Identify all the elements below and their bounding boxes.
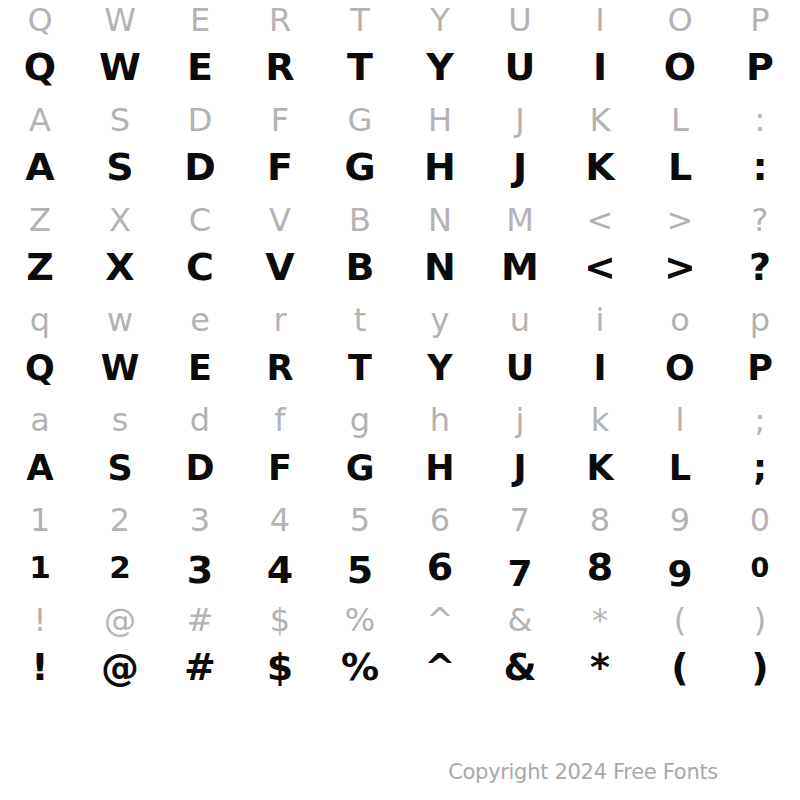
glyph-char: G	[346, 448, 375, 488]
glyph-cell: k	[560, 395, 640, 445]
glyph-char: s	[112, 401, 129, 439]
glyph-cell: (	[640, 595, 720, 645]
glyph-cell: W	[80, 0, 160, 45]
glyph-cell: 9	[640, 542, 720, 592]
glyph-cell: (	[640, 642, 720, 692]
glyph-cell: J	[480, 95, 560, 145]
glyph-cell: X	[80, 242, 160, 292]
glyph-char: H	[425, 448, 454, 488]
glyph-char: I	[593, 45, 607, 89]
glyph-cell: D	[160, 95, 240, 145]
glyph-char: Y	[426, 45, 454, 89]
glyph-cell: *	[560, 642, 640, 692]
glyph-char: Y	[427, 348, 452, 388]
glyph-cell: $	[240, 595, 320, 645]
glyph-char: K	[585, 145, 614, 189]
glyph-cell: 6	[400, 495, 480, 545]
glyph-cell: E	[160, 0, 240, 45]
glyph-char: I	[593, 348, 606, 388]
glyph-char: A	[29, 101, 51, 139]
glyph-char: A	[25, 145, 54, 189]
glyph-char: U	[508, 1, 531, 39]
glyph-cell: R	[240, 343, 320, 393]
glyph-char: J	[515, 101, 524, 139]
glyph-char: ^	[427, 601, 454, 639]
glyph-char: A	[26, 448, 53, 488]
glyph-char: :	[755, 101, 766, 139]
glyph-char: H	[424, 145, 456, 189]
glyph-cell: >	[640, 195, 720, 245]
glyph-cell: V	[240, 195, 320, 245]
glyph-cell: S	[80, 95, 160, 145]
glyph-char: d	[190, 401, 210, 439]
glyph-cell: g	[320, 395, 400, 445]
glyph-char: X	[105, 245, 134, 289]
glyph-char: a	[30, 401, 50, 439]
glyph-char: w	[107, 301, 133, 339]
glyph-char: S	[107, 448, 132, 488]
glyph-char: ;	[753, 448, 767, 488]
glyph-char: !	[31, 645, 48, 689]
glyph-cell: 3	[160, 542, 240, 592]
glyph-cell: D	[160, 142, 240, 192]
glyph-char: j	[516, 401, 525, 439]
glyph-char: 9	[670, 501, 690, 539]
glyph-cell: #	[160, 642, 240, 692]
glyph-char: l	[676, 401, 685, 439]
glyph-char: 7	[510, 501, 530, 539]
glyph-cell: w	[80, 295, 160, 345]
glyph-cell: Z	[0, 242, 80, 292]
glyph-cell: 8	[560, 542, 640, 592]
glyph-char: S	[110, 101, 130, 139]
glyph-cell: I	[560, 343, 640, 393]
glyph-char: U	[506, 348, 534, 388]
glyph-cell: &	[480, 642, 560, 692]
glyph-char: :	[752, 145, 767, 189]
glyph-char: P	[746, 45, 774, 89]
glyph-char: V	[269, 201, 291, 239]
glyph-cell: 5	[320, 495, 400, 545]
glyph-cell: 0	[720, 542, 800, 592]
glyph-char: 9	[667, 553, 692, 594]
glyph-cell: #	[160, 595, 240, 645]
glyph-char: o	[670, 301, 690, 339]
glyph-char: N	[428, 201, 452, 239]
glyph-cell: F	[240, 95, 320, 145]
glyph-cell: %	[320, 595, 400, 645]
glyph-char: 6	[430, 501, 450, 539]
glyph-char: H	[428, 101, 452, 139]
glyph-char: 8	[590, 501, 610, 539]
glyph-cell: f	[240, 395, 320, 445]
glyph-char: $	[267, 645, 293, 689]
glyph-char: I	[595, 1, 604, 39]
glyph-char: 6	[427, 545, 453, 589]
glyph-cell: L	[640, 142, 720, 192]
glyph-cell: a	[0, 395, 80, 445]
glyph-char: 4	[270, 501, 290, 539]
glyph-char: t	[354, 301, 367, 339]
glyph-cell: 1	[0, 542, 80, 592]
glyph-char: !	[34, 601, 47, 639]
glyph-cell: I	[560, 42, 640, 92]
glyph-char: P	[750, 1, 769, 39]
glyph-char: E	[190, 1, 210, 39]
glyph-cell: :	[720, 95, 800, 145]
glyph-char: O	[665, 348, 695, 388]
glyph-char: L	[669, 448, 691, 488]
glyph-cell: E	[160, 343, 240, 393]
glyph-cell: N	[400, 242, 480, 292]
glyph-cell: q	[0, 295, 80, 345]
glyph-char: 0	[751, 552, 770, 583]
glyph-cell: A	[0, 443, 80, 493]
glyph-char: h	[430, 401, 450, 439]
glyph-row-14-specimen: !@#$%^&*()	[0, 650, 800, 700]
glyph-char: R	[269, 1, 291, 39]
glyph-char: *	[590, 645, 610, 689]
glyph-cell: D	[160, 443, 240, 493]
glyph-cell: ^	[400, 642, 480, 692]
glyph-char: 4	[267, 548, 293, 592]
glyph-cell: Q	[0, 343, 80, 393]
glyph-char: X	[109, 201, 131, 239]
glyph-char: ?	[752, 201, 769, 239]
glyph-char: e	[190, 301, 210, 339]
glyph-char: O	[667, 1, 692, 39]
glyph-char: K	[590, 101, 611, 139]
glyph-cell: s	[80, 395, 160, 445]
glyph-char: M	[506, 201, 534, 239]
glyph-char: ?	[749, 245, 771, 289]
glyph-char: C	[189, 201, 211, 239]
glyph-char: T	[347, 45, 373, 89]
glyph-cell: 7	[480, 542, 560, 592]
glyph-char: ^	[424, 645, 456, 689]
glyph-char: k	[591, 401, 610, 439]
glyph-cell: d	[160, 395, 240, 445]
glyph-cell: J	[480, 142, 560, 192]
glyph-cell: M	[480, 242, 560, 292]
glyph-cell: !	[0, 642, 80, 692]
glyph-cell: 1	[0, 495, 80, 545]
character-map-grid: QWERTYUIOPQWERTYUIOPASDFGHJKL:ASDFGHJKL:…	[0, 0, 800, 700]
glyph-char: L	[671, 101, 689, 139]
glyph-char: E	[188, 348, 212, 388]
glyph-cell: !	[0, 595, 80, 645]
glyph-cell: G	[320, 95, 400, 145]
glyph-cell: W	[80, 343, 160, 393]
glyph-char: (	[671, 645, 688, 689]
glyph-char: T	[350, 1, 370, 39]
glyph-cell: L	[640, 443, 720, 493]
glyph-cell: <	[560, 195, 640, 245]
glyph-char: L	[668, 145, 692, 189]
glyph-cell: *	[560, 595, 640, 645]
glyph-char: J	[513, 448, 526, 488]
glyph-cell: Q	[0, 0, 80, 45]
glyph-cell: J	[480, 443, 560, 493]
glyph-cell: ?	[720, 195, 800, 245]
glyph-char: >	[664, 245, 696, 289]
glyph-char: 5	[347, 548, 373, 592]
glyph-cell: Q	[0, 42, 80, 92]
glyph-cell: P	[720, 343, 800, 393]
glyph-char: W	[101, 348, 140, 388]
glyph-cell: S	[80, 142, 160, 192]
glyph-char: r	[273, 301, 286, 339]
glyph-char: %	[345, 601, 375, 639]
glyph-char: i	[596, 301, 605, 339]
glyph-cell: &	[480, 595, 560, 645]
glyph-char: G	[348, 101, 373, 139]
glyph-char: @	[101, 645, 139, 689]
glyph-cell: t	[320, 295, 400, 345]
glyph-char: R	[267, 348, 294, 388]
glyph-cell: ;	[720, 443, 800, 493]
glyph-char: W	[99, 45, 141, 89]
glyph-char: T	[348, 348, 372, 388]
glyph-cell: T	[320, 42, 400, 92]
glyph-row-10-specimen: ASDFGHJKL;	[0, 450, 800, 500]
glyph-cell: B	[320, 195, 400, 245]
glyph-char: Q	[25, 348, 55, 388]
glyph-row-2-specimen: QWERTYUIOP	[0, 50, 800, 100]
glyph-cell: K	[560, 142, 640, 192]
glyph-cell: @	[80, 595, 160, 645]
font-specimen-page: QWERTYUIOPQWERTYUIOPASDFGHJKL:ASDFGHJKL:…	[0, 0, 800, 800]
glyph-row-6-specimen: ZXCVBNM<>?	[0, 250, 800, 300]
glyph-char: B	[349, 201, 371, 239]
glyph-char: Q	[24, 45, 56, 89]
glyph-char: W	[104, 1, 136, 39]
glyph-cell: O	[640, 343, 720, 393]
glyph-cell: B	[320, 242, 400, 292]
glyph-char: D	[184, 145, 216, 189]
glyph-cell: G	[320, 142, 400, 192]
glyph-char: J	[513, 145, 527, 189]
glyph-char: 7	[507, 553, 532, 594]
glyph-cell: 5	[320, 542, 400, 592]
glyph-cell: S	[80, 443, 160, 493]
glyph-cell: K	[560, 443, 640, 493]
glyph-cell: X	[80, 195, 160, 245]
glyph-char: 8	[587, 545, 613, 589]
glyph-cell: Y	[400, 0, 480, 45]
glyph-char: u	[510, 301, 530, 339]
glyph-cell: C	[160, 242, 240, 292]
glyph-char: 3	[190, 501, 210, 539]
glyph-cell: H	[400, 142, 480, 192]
glyph-char: $	[270, 601, 290, 639]
glyph-row-8-specimen: QWERTYUIOP	[0, 350, 800, 400]
glyph-char: f	[274, 401, 285, 439]
glyph-cell: O	[640, 42, 720, 92]
glyph-char: U	[505, 45, 536, 89]
glyph-char: D	[188, 101, 213, 139]
glyph-cell: A	[0, 95, 80, 145]
glyph-char: 1	[30, 501, 50, 539]
glyph-cell: ^	[400, 595, 480, 645]
glyph-char: 1	[29, 549, 51, 585]
glyph-cell: O	[640, 0, 720, 45]
glyph-char: Y	[430, 1, 450, 39]
glyph-cell: o	[640, 295, 720, 345]
glyph-char: S	[106, 145, 133, 189]
glyph-cell: p	[720, 295, 800, 345]
glyph-cell: F	[240, 443, 320, 493]
glyph-cell: 4	[240, 542, 320, 592]
glyph-cell: <	[560, 242, 640, 292]
glyph-char: >	[667, 201, 694, 239]
glyph-cell: h	[400, 395, 480, 445]
glyph-cell: U	[480, 42, 560, 92]
glyph-cell: U	[480, 343, 560, 393]
glyph-cell: H	[400, 95, 480, 145]
glyph-char: %	[341, 645, 379, 689]
glyph-cell: i	[560, 295, 640, 345]
glyph-cell: I	[560, 0, 640, 45]
glyph-cell: P	[720, 42, 800, 92]
glyph-cell: 2	[80, 542, 160, 592]
glyph-cell: H	[400, 443, 480, 493]
glyph-cell: G	[320, 443, 400, 493]
glyph-cell: :	[720, 142, 800, 192]
copyright-text: Copyright 2024 Free Fonts	[448, 760, 718, 784]
glyph-cell: l	[640, 395, 720, 445]
glyph-char: q	[30, 301, 50, 339]
glyph-char: *	[592, 601, 608, 639]
glyph-char: F	[267, 145, 293, 189]
glyph-cell: 7	[480, 495, 560, 545]
glyph-cell: @	[80, 642, 160, 692]
glyph-row-4-specimen: ASDFGHJKL:	[0, 150, 800, 200]
glyph-cell: E	[160, 42, 240, 92]
glyph-cell: 0	[720, 495, 800, 545]
glyph-cell: R	[240, 42, 320, 92]
glyph-char: )	[754, 601, 766, 639]
glyph-char: E	[187, 45, 213, 89]
glyph-char: ;	[755, 401, 766, 439]
glyph-cell: P	[720, 0, 800, 45]
glyph-cell: C	[160, 195, 240, 245]
glyph-char: N	[424, 245, 456, 289]
glyph-char: P	[747, 348, 773, 388]
glyph-cell: r	[240, 295, 320, 345]
glyph-char: D	[185, 448, 214, 488]
glyph-cell: K	[560, 95, 640, 145]
glyph-cell: 8	[560, 495, 640, 545]
glyph-char: y	[431, 301, 450, 339]
glyph-cell: W	[80, 42, 160, 92]
glyph-char: K	[586, 448, 613, 488]
glyph-cell: U	[480, 0, 560, 45]
glyph-cell: $	[240, 642, 320, 692]
glyph-char: (	[674, 601, 686, 639]
glyph-char: B	[346, 245, 375, 289]
glyph-cell: ;	[720, 395, 800, 445]
glyph-char: Z	[29, 201, 51, 239]
glyph-char: &	[503, 645, 536, 689]
glyph-char: V	[265, 245, 294, 289]
glyph-char: 5	[350, 501, 370, 539]
glyph-char: Q	[27, 1, 52, 39]
glyph-char: M	[501, 245, 539, 289]
glyph-char: 2	[109, 549, 131, 585]
glyph-cell: M	[480, 195, 560, 245]
glyph-cell: )	[720, 642, 800, 692]
glyph-cell: T	[320, 343, 400, 393]
glyph-char: 0	[750, 501, 770, 539]
glyph-char: <	[584, 245, 616, 289]
glyph-cell: L	[640, 95, 720, 145]
glyph-cell: V	[240, 242, 320, 292]
glyph-cell: )	[720, 595, 800, 645]
glyph-char: 3	[187, 548, 213, 592]
glyph-cell: 2	[80, 495, 160, 545]
glyph-char: Z	[26, 245, 54, 289]
glyph-cell: 3	[160, 495, 240, 545]
glyph-cell: %	[320, 642, 400, 692]
glyph-cell: j	[480, 395, 560, 445]
glyph-cell: y	[400, 295, 480, 345]
glyph-cell: 4	[240, 495, 320, 545]
glyph-char: F	[268, 448, 292, 488]
glyph-cell: e	[160, 295, 240, 345]
glyph-char: &	[508, 601, 533, 639]
glyph-cell: T	[320, 0, 400, 45]
glyph-char: <	[587, 201, 614, 239]
glyph-cell: ?	[720, 242, 800, 292]
glyph-char: 2	[110, 501, 130, 539]
glyph-row-12-specimen: 1234567890	[0, 550, 800, 600]
glyph-cell: R	[240, 0, 320, 45]
glyph-cell: Z	[0, 195, 80, 245]
glyph-cell: N	[400, 195, 480, 245]
glyph-char: R	[265, 45, 294, 89]
glyph-cell: >	[640, 242, 720, 292]
glyph-cell: Y	[400, 42, 480, 92]
glyph-char: C	[186, 245, 214, 289]
glyph-cell: 6	[400, 542, 480, 592]
glyph-char: p	[750, 301, 770, 339]
glyph-char: G	[344, 145, 375, 189]
glyph-char: O	[664, 45, 696, 89]
glyph-char: g	[350, 401, 370, 439]
glyph-char: )	[751, 645, 768, 689]
glyph-cell: F	[240, 142, 320, 192]
glyph-cell: u	[480, 295, 560, 345]
glyph-char: #	[187, 601, 214, 639]
glyph-char: @	[104, 601, 136, 639]
glyph-cell: Y	[400, 343, 480, 393]
glyph-cell: 9	[640, 495, 720, 545]
glyph-char: F	[271, 101, 289, 139]
glyph-char: #	[184, 645, 216, 689]
glyph-cell: A	[0, 142, 80, 192]
